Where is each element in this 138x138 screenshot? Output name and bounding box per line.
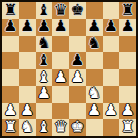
square-d1[interactable]: ♛ — [52, 119, 69, 136]
square-f1[interactable] — [86, 119, 103, 136]
piece-black-king[interactable]: ♚ — [70, 3, 84, 19]
square-g8[interactable] — [103, 2, 120, 19]
square-f5[interactable] — [86, 52, 103, 69]
piece-black-pawn[interactable]: ♟ — [87, 19, 101, 35]
square-f6[interactable]: ♞ — [86, 36, 103, 53]
square-a3[interactable] — [2, 86, 19, 103]
square-e2[interactable] — [69, 103, 86, 120]
chess-board: ♜♝♛♚♜♟♟♟♟♟♟♟♞♞♝♟♝♟♟♟♞♟♟♟♟♟♜♞♝♛♚♜ — [0, 0, 138, 138]
square-c8[interactable]: ♝ — [36, 2, 53, 19]
piece-black-pawn[interactable]: ♟ — [54, 19, 68, 35]
square-c3[interactable]: ♟ — [36, 86, 53, 103]
square-a5[interactable] — [2, 52, 19, 69]
square-c5[interactable]: ♝ — [36, 52, 53, 69]
piece-white-bishop[interactable]: ♝ — [37, 70, 51, 86]
square-d4[interactable]: ♟ — [52, 69, 69, 86]
square-d7[interactable]: ♟ — [52, 19, 69, 36]
piece-white-pawn[interactable]: ♟ — [121, 103, 135, 119]
square-h2[interactable]: ♟ — [119, 103, 136, 120]
square-b4[interactable] — [19, 69, 36, 86]
piece-white-pawn[interactable]: ♟ — [37, 86, 51, 102]
square-h6[interactable] — [119, 36, 136, 53]
piece-white-king[interactable]: ♚ — [70, 120, 84, 136]
piece-white-pawn[interactable]: ♟ — [104, 103, 118, 119]
square-g7[interactable]: ♟ — [103, 19, 120, 36]
piece-black-pawn[interactable]: ♟ — [3, 19, 17, 35]
piece-white-pawn[interactable]: ♟ — [54, 70, 68, 86]
piece-white-pawn[interactable]: ♟ — [87, 103, 101, 119]
square-e8[interactable]: ♚ — [69, 2, 86, 19]
square-d2[interactable] — [52, 103, 69, 120]
square-g1[interactable] — [103, 119, 120, 136]
square-b8[interactable] — [19, 2, 36, 19]
square-e1[interactable]: ♚ — [69, 119, 86, 136]
piece-black-rook[interactable]: ♜ — [3, 3, 17, 19]
piece-white-rook[interactable]: ♜ — [3, 120, 17, 136]
square-f4[interactable] — [86, 69, 103, 86]
square-h3[interactable] — [119, 86, 136, 103]
square-c1[interactable]: ♝ — [36, 119, 53, 136]
square-g2[interactable]: ♟ — [103, 103, 120, 120]
square-e7[interactable] — [69, 19, 86, 36]
square-h1[interactable]: ♜ — [119, 119, 136, 136]
piece-black-pawn[interactable]: ♟ — [104, 19, 118, 35]
square-f7[interactable]: ♟ — [86, 19, 103, 36]
square-a4[interactable] — [2, 69, 19, 86]
piece-black-pawn[interactable]: ♟ — [20, 19, 34, 35]
square-e4[interactable]: ♟ — [69, 69, 86, 86]
square-a2[interactable]: ♟ — [2, 103, 19, 120]
square-b2[interactable]: ♟ — [19, 103, 36, 120]
square-g6[interactable] — [103, 36, 120, 53]
square-a8[interactable]: ♜ — [2, 2, 19, 19]
square-c6[interactable]: ♞ — [36, 36, 53, 53]
piece-black-bishop[interactable]: ♝ — [37, 53, 51, 69]
square-f2[interactable]: ♟ — [86, 103, 103, 120]
piece-white-pawn[interactable]: ♟ — [70, 70, 84, 86]
piece-black-bishop[interactable]: ♝ — [37, 3, 51, 19]
square-b5[interactable] — [19, 52, 36, 69]
square-c4[interactable]: ♝ — [36, 69, 53, 86]
piece-black-pawn[interactable]: ♟ — [121, 19, 135, 35]
piece-white-rook[interactable]: ♜ — [121, 120, 135, 136]
square-c2[interactable] — [36, 103, 53, 120]
square-g5[interactable] — [103, 52, 120, 69]
square-b6[interactable] — [19, 36, 36, 53]
square-h8[interactable]: ♜ — [119, 2, 136, 19]
square-e6[interactable] — [69, 36, 86, 53]
piece-white-knight[interactable]: ♞ — [20, 120, 34, 136]
square-e3[interactable] — [69, 86, 86, 103]
piece-white-bishop[interactable]: ♝ — [37, 120, 51, 136]
piece-white-knight[interactable]: ♞ — [87, 86, 101, 102]
square-d5[interactable] — [52, 52, 69, 69]
square-d6[interactable] — [52, 36, 69, 53]
square-d3[interactable] — [52, 86, 69, 103]
square-a7[interactable]: ♟ — [2, 19, 19, 36]
square-f8[interactable] — [86, 2, 103, 19]
square-e5[interactable]: ♟ — [69, 52, 86, 69]
square-g4[interactable] — [103, 69, 120, 86]
square-d8[interactable]: ♛ — [52, 2, 69, 19]
chess-app: { "game": "chess", "position": { "fen": … — [0, 0, 138, 138]
piece-black-pawn[interactable]: ♟ — [37, 19, 51, 35]
square-a6[interactable] — [2, 36, 19, 53]
piece-white-pawn[interactable]: ♟ — [20, 103, 34, 119]
square-b7[interactable]: ♟ — [19, 19, 36, 36]
square-b3[interactable] — [19, 86, 36, 103]
square-h5[interactable] — [119, 52, 136, 69]
square-f3[interactable]: ♞ — [86, 86, 103, 103]
square-c7[interactable]: ♟ — [36, 19, 53, 36]
square-b1[interactable]: ♞ — [19, 119, 36, 136]
square-h4[interactable] — [119, 69, 136, 86]
square-g3[interactable] — [103, 86, 120, 103]
piece-black-knight[interactable]: ♞ — [87, 36, 101, 52]
piece-black-pawn[interactable]: ♟ — [70, 53, 84, 69]
piece-black-knight[interactable]: ♞ — [37, 36, 51, 52]
piece-white-queen[interactable]: ♛ — [54, 120, 68, 136]
piece-white-pawn[interactable]: ♟ — [3, 103, 17, 119]
square-h7[interactable]: ♟ — [119, 19, 136, 36]
piece-black-queen[interactable]: ♛ — [54, 3, 68, 19]
piece-black-rook[interactable]: ♜ — [121, 3, 135, 19]
square-a1[interactable]: ♜ — [2, 119, 19, 136]
